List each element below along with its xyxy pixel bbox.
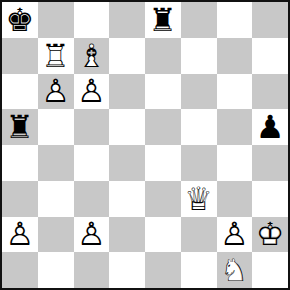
piece-white-pawn-g2: ♙ bbox=[217, 217, 253, 253]
square-a2[interactable]: ♟♙ bbox=[2, 217, 38, 253]
square-c3[interactable] bbox=[74, 181, 110, 217]
piece-white-pawn-b6: ♙ bbox=[38, 74, 74, 110]
square-f5[interactable] bbox=[181, 109, 217, 145]
square-h1[interactable] bbox=[252, 252, 288, 288]
square-c6[interactable]: ♟♙ bbox=[74, 74, 110, 110]
square-c5[interactable] bbox=[74, 109, 110, 145]
piece-white-pawn-c2: ♙ bbox=[74, 217, 110, 253]
piece-fill-white-pawn-c2: ♟ bbox=[74, 217, 110, 253]
piece-fill-white-pawn-c6: ♟ bbox=[74, 74, 110, 110]
square-a7[interactable] bbox=[2, 38, 38, 74]
square-f2[interactable] bbox=[181, 217, 217, 253]
square-a6[interactable] bbox=[2, 74, 38, 110]
square-e1[interactable] bbox=[145, 252, 181, 288]
square-b6[interactable]: ♟♙ bbox=[38, 74, 74, 110]
square-b3[interactable] bbox=[38, 181, 74, 217]
square-f1[interactable] bbox=[181, 252, 217, 288]
piece-fill-white-pawn-g2: ♟ bbox=[217, 217, 253, 253]
square-h8[interactable] bbox=[252, 2, 288, 38]
square-c4[interactable] bbox=[74, 145, 110, 181]
piece-fill-white-queen-f3: ♛ bbox=[181, 181, 217, 217]
square-e5[interactable] bbox=[145, 109, 181, 145]
square-d7[interactable] bbox=[109, 38, 145, 74]
piece-black-rook-e8: ♜ bbox=[145, 2, 181, 38]
square-b2[interactable] bbox=[38, 217, 74, 253]
piece-fill-white-knight-g1: ♞ bbox=[217, 252, 253, 288]
square-d8[interactable] bbox=[109, 2, 145, 38]
square-h2[interactable]: ♚♔ bbox=[252, 217, 288, 253]
piece-white-queen-f3: ♕ bbox=[181, 181, 217, 217]
square-a4[interactable] bbox=[2, 145, 38, 181]
square-a1[interactable] bbox=[2, 252, 38, 288]
chess-board-frame: ♚♜♜♖♝♗♟♙♟♙♜♟♛♕♟♙♟♙♟♙♚♔♞♘ bbox=[0, 0, 290, 290]
square-e6[interactable] bbox=[145, 74, 181, 110]
square-d3[interactable] bbox=[109, 181, 145, 217]
square-b5[interactable] bbox=[38, 109, 74, 145]
square-f3[interactable]: ♛♕ bbox=[181, 181, 217, 217]
square-f8[interactable] bbox=[181, 2, 217, 38]
piece-white-rook-b7: ♖ bbox=[38, 38, 74, 74]
square-d4[interactable] bbox=[109, 145, 145, 181]
square-f4[interactable] bbox=[181, 145, 217, 181]
piece-fill-white-pawn-b6: ♟ bbox=[38, 74, 74, 110]
square-b8[interactable] bbox=[38, 2, 74, 38]
square-a3[interactable] bbox=[2, 181, 38, 217]
square-b7[interactable]: ♜♖ bbox=[38, 38, 74, 74]
square-d5[interactable] bbox=[109, 109, 145, 145]
piece-white-pawn-c6: ♙ bbox=[74, 74, 110, 110]
piece-white-pawn-a2: ♙ bbox=[2, 217, 38, 253]
square-c2[interactable]: ♟♙ bbox=[74, 217, 110, 253]
square-a8[interactable]: ♚ bbox=[2, 2, 38, 38]
piece-fill-white-bishop-c7: ♝ bbox=[74, 38, 110, 74]
square-e8[interactable]: ♜ bbox=[145, 2, 181, 38]
square-g8[interactable] bbox=[217, 2, 253, 38]
square-e7[interactable] bbox=[145, 38, 181, 74]
piece-black-pawn-h5: ♟ bbox=[252, 109, 288, 145]
square-h4[interactable] bbox=[252, 145, 288, 181]
square-c8[interactable] bbox=[74, 2, 110, 38]
square-h5[interactable]: ♟ bbox=[252, 109, 288, 145]
piece-white-knight-g1: ♘ bbox=[217, 252, 253, 288]
square-g6[interactable] bbox=[217, 74, 253, 110]
square-f6[interactable] bbox=[181, 74, 217, 110]
piece-fill-white-pawn-a2: ♟ bbox=[2, 217, 38, 253]
square-d6[interactable] bbox=[109, 74, 145, 110]
square-g1[interactable]: ♞♘ bbox=[217, 252, 253, 288]
square-g7[interactable] bbox=[217, 38, 253, 74]
piece-black-rook-a5: ♜ bbox=[2, 109, 38, 145]
square-a5[interactable]: ♜ bbox=[2, 109, 38, 145]
square-c1[interactable] bbox=[74, 252, 110, 288]
square-h6[interactable] bbox=[252, 74, 288, 110]
square-e2[interactable] bbox=[145, 217, 181, 253]
square-h3[interactable] bbox=[252, 181, 288, 217]
square-h7[interactable] bbox=[252, 38, 288, 74]
square-e3[interactable] bbox=[145, 181, 181, 217]
square-g2[interactable]: ♟♙ bbox=[217, 217, 253, 253]
square-b1[interactable] bbox=[38, 252, 74, 288]
piece-fill-white-rook-b7: ♜ bbox=[38, 38, 74, 74]
square-f7[interactable] bbox=[181, 38, 217, 74]
chess-board: ♚♜♜♖♝♗♟♙♟♙♜♟♛♕♟♙♟♙♟♙♚♔♞♘ bbox=[2, 2, 288, 288]
piece-fill-white-king-h2: ♚ bbox=[252, 217, 288, 253]
square-c7[interactable]: ♝♗ bbox=[74, 38, 110, 74]
square-b4[interactable] bbox=[38, 145, 74, 181]
piece-white-bishop-c7: ♗ bbox=[74, 38, 110, 74]
square-e4[interactable] bbox=[145, 145, 181, 181]
square-g3[interactable] bbox=[217, 181, 253, 217]
square-d2[interactable] bbox=[109, 217, 145, 253]
piece-black-king-a8: ♚ bbox=[2, 2, 38, 38]
square-d1[interactable] bbox=[109, 252, 145, 288]
square-g5[interactable] bbox=[217, 109, 253, 145]
piece-white-king-h2: ♔ bbox=[252, 217, 288, 253]
square-g4[interactable] bbox=[217, 145, 253, 181]
